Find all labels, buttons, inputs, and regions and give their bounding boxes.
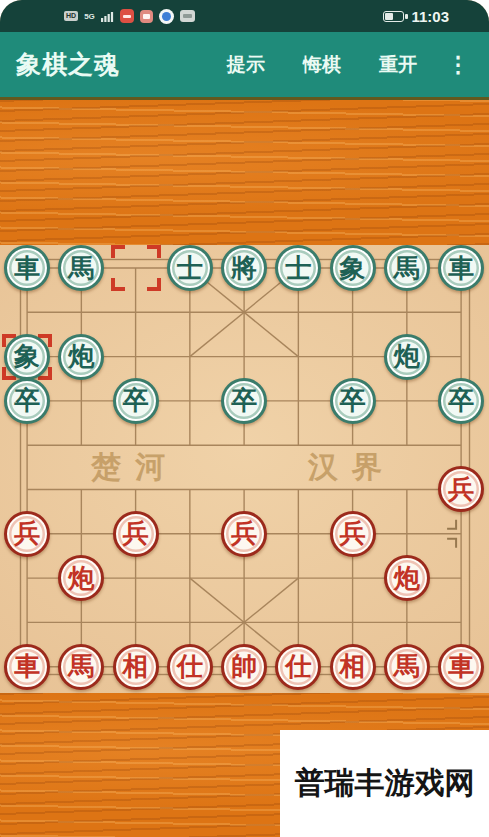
piece-red-elephant[interactable]: 相	[113, 644, 159, 690]
piece-black-soldier[interactable]: 卒	[113, 378, 159, 424]
notification-icon-gray	[180, 10, 195, 22]
piece-red-advisor[interactable]: 仕	[275, 644, 321, 690]
piece-red-soldier[interactable]: 兵	[221, 511, 267, 557]
piece-black-chariot[interactable]: 車	[4, 245, 50, 291]
piece-black-elephant[interactable]: 象	[330, 245, 376, 291]
piece-black-advisor[interactable]: 士	[167, 245, 213, 291]
phone-screen: HD 5G 11:03 象棋之魂 提示 悔棋 重开 ⋮	[0, 0, 489, 837]
piece-red-horse[interactable]: 馬	[384, 644, 430, 690]
pieces-grid: 車馬士將士象馬車象炮炮卒卒卒卒卒兵兵兵兵兵炮炮車馬相仕帥仕相馬車	[0, 246, 488, 689]
piece-red-cannon[interactable]: 炮	[384, 555, 430, 601]
piece-red-cannon[interactable]: 炮	[58, 555, 104, 601]
piece-black-cannon[interactable]: 炮	[384, 334, 430, 380]
watermark: 普瑞丰游戏网	[280, 730, 489, 837]
piece-black-horse[interactable]: 馬	[58, 245, 104, 291]
piece-red-elephant[interactable]: 相	[330, 644, 376, 690]
last-move-from-marker	[111, 245, 161, 291]
overflow-menu-button[interactable]: ⋮	[443, 52, 473, 78]
piece-black-chariot[interactable]: 車	[438, 245, 484, 291]
piece-black-soldier[interactable]: 卒	[438, 378, 484, 424]
piece-red-soldier[interactable]: 兵	[438, 466, 484, 512]
restart-button[interactable]: 重开	[379, 52, 417, 78]
piece-black-soldier[interactable]: 卒	[330, 378, 376, 424]
hd-icon: HD	[64, 11, 78, 21]
piece-black-cannon[interactable]: 炮	[58, 334, 104, 380]
piece-black-general[interactable]: 將	[221, 245, 267, 291]
status-bar-right: 11:03	[383, 8, 449, 25]
status-time: 11:03	[411, 8, 449, 25]
app-bar: 象棋之魂 提示 悔棋 重开 ⋮	[0, 32, 489, 100]
piece-black-advisor[interactable]: 士	[275, 245, 321, 291]
piece-black-soldier[interactable]: 卒	[4, 378, 50, 424]
piece-black-elephant[interactable]: 象	[4, 334, 50, 380]
battery-icon	[383, 11, 404, 22]
status-bar: HD 5G 11:03	[0, 0, 489, 32]
status-bar-left: HD 5G	[64, 9, 195, 24]
piece-red-general[interactable]: 帥	[221, 644, 267, 690]
piece-red-horse[interactable]: 馬	[58, 644, 104, 690]
app-bar-actions: 提示 悔棋 重开	[227, 52, 417, 78]
piece-red-soldier[interactable]: 兵	[330, 511, 376, 557]
piece-black-horse[interactable]: 馬	[384, 245, 430, 291]
signal-bars-icon	[101, 11, 114, 22]
undo-button[interactable]: 悔棋	[303, 52, 341, 78]
piece-red-soldier[interactable]: 兵	[4, 511, 50, 557]
notification-icon-blue	[159, 9, 174, 24]
piece-red-chariot[interactable]: 車	[438, 644, 484, 690]
hint-button[interactable]: 提示	[227, 52, 265, 78]
watermark-text: 普瑞丰游戏网	[295, 763, 475, 804]
app-title: 象棋之魂	[16, 48, 227, 81]
wood-background-top	[0, 100, 489, 245]
piece-black-soldier[interactable]: 卒	[221, 378, 267, 424]
piece-red-chariot[interactable]: 車	[4, 644, 50, 690]
network-5g-label: 5G	[84, 12, 95, 21]
notification-icon-pink	[140, 10, 153, 23]
xiangqi-board[interactable]: 楚河 汉界 車馬士將士象馬車象炮炮卒卒卒卒卒兵兵兵兵兵炮炮車馬相仕帥仕相馬車	[0, 245, 489, 693]
notification-icon-red	[120, 9, 134, 23]
piece-red-advisor[interactable]: 仕	[167, 644, 213, 690]
piece-red-soldier[interactable]: 兵	[113, 511, 159, 557]
